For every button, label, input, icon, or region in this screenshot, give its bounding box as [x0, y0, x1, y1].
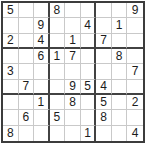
cell-r8c9[interactable]: [127, 110, 143, 125]
cell-r3c2[interactable]: [19, 34, 35, 49]
cell-r7c1[interactable]: [3, 95, 19, 110]
cell-r4c6[interactable]: [81, 49, 97, 64]
cell-r4c5: 7: [65, 49, 81, 64]
cell-r9c9: 4: [127, 126, 143, 141]
cell-r6c1[interactable]: [3, 80, 19, 95]
cell-r3c4[interactable]: [50, 34, 66, 49]
cell-r8c7: 8: [96, 110, 112, 125]
cell-r8c5[interactable]: [65, 110, 81, 125]
cell-r2c1[interactable]: [3, 18, 19, 33]
cell-r2c6: 4: [81, 18, 97, 33]
cell-r5c9: 7: [127, 64, 143, 79]
cell-r8c1[interactable]: [3, 110, 19, 125]
cell-r1c8[interactable]: [112, 3, 128, 18]
cell-r8c2: 6: [19, 110, 35, 125]
cell-r2c5[interactable]: [65, 18, 81, 33]
cell-r7c6[interactable]: [81, 95, 97, 110]
cell-r4c1[interactable]: [3, 49, 19, 64]
cell-r3c6[interactable]: [81, 34, 97, 49]
cell-r2c8: 1: [112, 18, 128, 33]
cell-r1c5[interactable]: [65, 3, 81, 18]
cell-r5c6[interactable]: [81, 64, 97, 79]
cell-r3c7: 7: [96, 34, 112, 49]
cell-r5c4[interactable]: [50, 64, 66, 79]
cell-r9c1: 8: [3, 126, 19, 141]
cell-r4c9[interactable]: [127, 49, 143, 64]
cell-r3c1: 2: [3, 34, 19, 49]
cell-r1c4: 8: [50, 3, 66, 18]
cell-r2c7[interactable]: [96, 18, 112, 33]
cell-r9c6: 1: [81, 126, 97, 141]
cell-r3c5: 1: [65, 34, 81, 49]
cell-r8c8[interactable]: [112, 110, 128, 125]
cell-r6c9[interactable]: [127, 80, 143, 95]
cell-r8c4: 5: [50, 110, 66, 125]
cell-r9c5[interactable]: [65, 126, 81, 141]
cell-r7c3: 1: [34, 95, 50, 110]
cell-r6c7: 4: [96, 80, 112, 95]
cell-r3c3: 4: [34, 34, 50, 49]
cell-r9c3[interactable]: [34, 126, 50, 141]
cell-r9c8[interactable]: [112, 126, 128, 141]
cell-r5c2[interactable]: [19, 64, 35, 79]
cell-r3c9[interactable]: [127, 34, 143, 49]
cell-r4c7[interactable]: [96, 49, 112, 64]
cell-r2c9[interactable]: [127, 18, 143, 33]
cell-r6c3[interactable]: [34, 80, 50, 95]
cell-r1c2[interactable]: [19, 3, 35, 18]
cell-r9c4[interactable]: [50, 126, 66, 141]
cell-r7c4[interactable]: [50, 95, 66, 110]
cell-r4c4: 1: [50, 49, 66, 64]
cell-r6c4[interactable]: [50, 80, 66, 95]
cell-r4c8: 8: [112, 49, 128, 64]
cell-r8c3[interactable]: [34, 110, 50, 125]
cell-r1c7[interactable]: [96, 3, 112, 18]
cell-r8c6[interactable]: [81, 110, 97, 125]
cell-r1c6[interactable]: [81, 3, 97, 18]
cell-r5c7[interactable]: [96, 64, 112, 79]
cell-r7c5: 8: [65, 95, 81, 110]
cell-r4c2[interactable]: [19, 49, 35, 64]
cell-r4c3: 6: [34, 49, 50, 64]
cell-r6c6: 5: [81, 80, 97, 95]
cell-r1c9: 9: [127, 3, 143, 18]
sudoku-board: 589941241761783779541852658814: [1, 1, 145, 143]
cell-r2c3: 9: [34, 18, 50, 33]
cell-r2c4[interactable]: [50, 18, 66, 33]
cell-r3c8[interactable]: [112, 34, 128, 49]
cell-r2c2[interactable]: [19, 18, 35, 33]
cell-r7c7: 5: [96, 95, 112, 110]
cell-r6c5: 9: [65, 80, 81, 95]
cell-r9c2[interactable]: [19, 126, 35, 141]
cell-r7c8[interactable]: [112, 95, 128, 110]
cell-r1c3[interactable]: [34, 3, 50, 18]
cell-r5c3[interactable]: [34, 64, 50, 79]
cell-r7c9: 2: [127, 95, 143, 110]
cell-r6c8[interactable]: [112, 80, 128, 95]
cell-r5c8[interactable]: [112, 64, 128, 79]
cell-r9c7[interactable]: [96, 126, 112, 141]
cell-r5c5[interactable]: [65, 64, 81, 79]
cell-r5c1: 3: [3, 64, 19, 79]
cell-r1c1: 5: [3, 3, 19, 18]
cell-r6c2: 7: [19, 80, 35, 95]
cell-r7c2[interactable]: [19, 95, 35, 110]
